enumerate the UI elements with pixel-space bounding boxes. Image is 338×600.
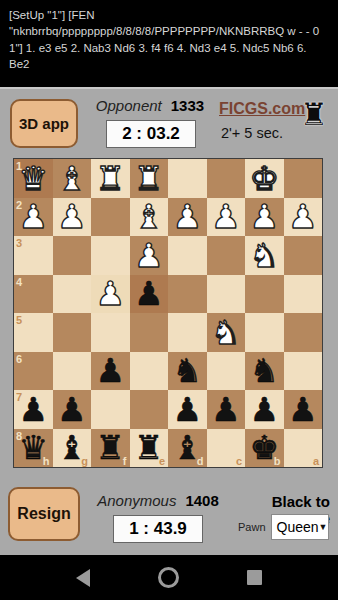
promotion-row: Pawn Queen ▼ [238, 514, 329, 540]
square-h8[interactable]: 8h♛ [14, 429, 53, 468]
piece-wP-d2[interactable]: ♟ [168, 198, 207, 237]
square-h6[interactable]: 6 [14, 352, 53, 391]
piece-wK-b1[interactable]: ♚ [245, 159, 284, 198]
square-d2[interactable]: ♟ [168, 198, 207, 237]
android-nav-bar [0, 555, 338, 600]
square-g4[interactable] [53, 275, 92, 314]
square-g3[interactable] [53, 236, 92, 275]
square-h7[interactable]: 7♟ [14, 390, 53, 429]
square-g2[interactable]: ♟ [53, 198, 92, 237]
opponent-rating: 1333 [171, 97, 204, 114]
square-e3[interactable]: ♟ [130, 236, 169, 275]
piece-wP-h2[interactable]: ♟ [14, 198, 53, 237]
square-d6[interactable]: ♞ [168, 352, 207, 391]
square-b3[interactable]: ♞ [245, 236, 284, 275]
square-f2[interactable] [91, 198, 130, 237]
square-d7[interactable]: ♟ [168, 390, 207, 429]
file-label-a: a [313, 455, 319, 467]
square-a2[interactable]: ♟ [284, 198, 323, 237]
pgn-header-text: [SetUp "1"] [FEN "nknbrrbq/pppppppp/8/8/… [0, 0, 338, 89]
time-control: 2'+ 5 sec. [221, 125, 283, 141]
rook-icon: ♜ [300, 94, 328, 134]
piece-wB-g1[interactable]: ♝ [53, 159, 92, 198]
player-clock: 1 : 43.9 [113, 515, 203, 543]
square-b5[interactable] [245, 313, 284, 352]
back-icon[interactable] [76, 569, 90, 587]
promotion-select[interactable]: Queen ▼ [271, 514, 329, 540]
piece-bP-f6[interactable]: ♟ [91, 352, 130, 391]
square-g5[interactable] [53, 313, 92, 352]
square-c5[interactable]: ♞ [207, 313, 246, 352]
piece-bN-b6[interactable]: ♞ [245, 352, 284, 391]
square-f6[interactable]: ♟ [91, 352, 130, 391]
chess-board: 1♛♝♜♜♚2♟♟♝♟♟♟♟3♟♞4♟♟5♞6♟♞♞7♟♟♟♟♟♟8h♛g♝f♜… [13, 158, 323, 468]
square-a7[interactable]: ♟ [284, 390, 323, 429]
square-h5[interactable]: 5 [14, 313, 53, 352]
piece-bP-c7[interactable]: ♟ [207, 390, 246, 429]
rank-label-5: 5 [16, 314, 22, 326]
recents-icon[interactable] [247, 570, 262, 585]
square-c7[interactable]: ♟ [207, 390, 246, 429]
piece-wR-e1[interactable]: ♜ [130, 159, 169, 198]
square-a4[interactable] [284, 275, 323, 314]
square-b1[interactable]: ♚ [245, 159, 284, 198]
square-e1[interactable]: ♜ [130, 159, 169, 198]
piece-wP-b2[interactable]: ♟ [245, 198, 284, 237]
piece-bK-b8[interactable]: ♚ [245, 429, 284, 468]
square-d5[interactable] [168, 313, 207, 352]
piece-wP-f4[interactable]: ♟ [91, 275, 130, 314]
piece-wP-a2[interactable]: ♟ [284, 198, 323, 237]
square-e7[interactable] [130, 390, 169, 429]
piece-bN-d6[interactable]: ♞ [168, 352, 207, 391]
piece-bB-g8[interactable]: ♝ [53, 429, 92, 468]
piece-wQ-h1[interactable]: ♛ [14, 159, 53, 198]
square-d8[interactable]: d♝ [168, 429, 207, 468]
promotion-label: Pawn [238, 521, 266, 533]
player-row: Anonymous1408 [88, 492, 228, 509]
square-b4[interactable] [245, 275, 284, 314]
square-a3[interactable] [284, 236, 323, 275]
chevron-down-icon: ▼ [319, 522, 328, 532]
piece-bP-g7[interactable]: ♟ [53, 390, 92, 429]
square-c2[interactable]: ♟ [207, 198, 246, 237]
square-e4[interactable]: ♟ [130, 275, 169, 314]
square-e2[interactable]: ♝ [130, 198, 169, 237]
square-b6[interactable]: ♞ [245, 352, 284, 391]
square-f3[interactable] [91, 236, 130, 275]
square-a5[interactable] [284, 313, 323, 352]
player-rating: 1408 [185, 492, 218, 509]
ficgs-link[interactable]: FICGS.com [219, 100, 305, 118]
square-e6[interactable] [130, 352, 169, 391]
square-c3[interactable] [207, 236, 246, 275]
square-c4[interactable] [207, 275, 246, 314]
piece-bP-e4[interactable]: ♟ [130, 275, 169, 314]
piece-bP-b7[interactable]: ♟ [245, 390, 284, 429]
square-d3[interactable] [168, 236, 207, 275]
player-name: Anonymous [97, 492, 176, 509]
piece-wB-e2[interactable]: ♝ [130, 198, 169, 237]
square-g8[interactable]: g♝ [53, 429, 92, 468]
resign-button[interactable]: Resign [8, 487, 80, 541]
square-a6[interactable] [284, 352, 323, 391]
square-a1[interactable] [284, 159, 323, 198]
square-h4[interactable]: 4 [14, 275, 53, 314]
square-b7[interactable]: ♟ [245, 390, 284, 429]
square-g1[interactable]: ♝ [53, 159, 92, 198]
3d-app-button[interactable]: 3D app [10, 99, 78, 148]
square-d4[interactable] [168, 275, 207, 314]
square-c6[interactable] [207, 352, 246, 391]
piece-bP-a7[interactable]: ♟ [284, 390, 323, 429]
square-f1[interactable]: ♜ [91, 159, 130, 198]
piece-wP-c2[interactable]: ♟ [207, 198, 246, 237]
file-label-c: c [236, 455, 242, 467]
piece-bQ-h8[interactable]: ♛ [14, 429, 53, 468]
square-h2[interactable]: 2♟ [14, 198, 53, 237]
square-f4[interactable]: ♟ [91, 275, 130, 314]
square-h3[interactable]: 3 [14, 236, 53, 275]
square-g6[interactable] [53, 352, 92, 391]
piece-wN-c5[interactable]: ♞ [207, 313, 246, 352]
piece-bP-d7[interactable]: ♟ [168, 390, 207, 429]
rank-label-4: 4 [16, 276, 22, 288]
square-a8[interactable]: a [284, 429, 323, 468]
piece-bP-h7[interactable]: ♟ [14, 390, 53, 429]
square-e8[interactable]: e♜ [130, 429, 169, 468]
square-d1[interactable] [168, 159, 207, 198]
home-icon[interactable] [158, 567, 179, 588]
square-f7[interactable] [91, 390, 130, 429]
rank-label-3: 3 [16, 237, 22, 249]
square-b8[interactable]: b♚ [245, 429, 284, 468]
opponent-clock: 2 : 03.2 [106, 120, 196, 148]
square-b2[interactable]: ♟ [245, 198, 284, 237]
piece-bB-d8[interactable]: ♝ [168, 429, 207, 468]
square-g7[interactable]: ♟ [53, 390, 92, 429]
opponent-name: Opponent [96, 97, 162, 114]
piece-wN-b3[interactable]: ♞ [245, 236, 284, 275]
square-f5[interactable] [91, 313, 130, 352]
piece-wR-f1[interactable]: ♜ [91, 159, 130, 198]
piece-bR-f8[interactable]: ♜ [91, 429, 130, 468]
square-e5[interactable] [130, 313, 169, 352]
piece-wP-g2[interactable]: ♟ [53, 198, 92, 237]
piece-wP-e3[interactable]: ♟ [130, 236, 169, 275]
rank-label-6: 6 [16, 353, 22, 365]
square-f8[interactable]: f♜ [91, 429, 130, 468]
square-c8[interactable]: c [207, 429, 246, 468]
opponent-row: Opponent1333 [83, 97, 217, 114]
promotion-selected-value: Queen [277, 519, 319, 535]
square-c1[interactable] [207, 159, 246, 198]
square-h1[interactable]: 1♛ [14, 159, 53, 198]
piece-bR-e8[interactable]: ♜ [130, 429, 169, 468]
app-screen: [SetUp "1"] [FEN "nknbrrbq/pppppppp/8/8/… [0, 0, 338, 600]
